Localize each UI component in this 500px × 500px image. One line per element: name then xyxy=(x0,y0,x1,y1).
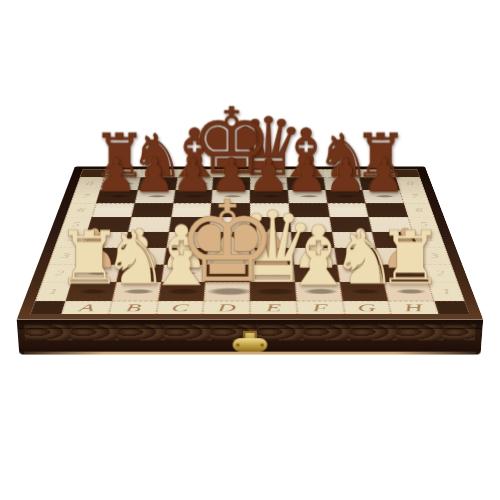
coordinate-label: F xyxy=(286,169,323,177)
coordinate-label: A xyxy=(104,169,142,177)
chess-board: ABCDEFGH 87654321 87654321 ABCDEFGH ♜♞♝♚… xyxy=(17,166,484,319)
coordinate-label: 8 xyxy=(396,177,425,190)
brass-latch xyxy=(230,328,270,353)
box-front-side xyxy=(17,319,484,354)
latch-plate xyxy=(233,338,268,351)
coordinate-label: 7 xyxy=(70,190,100,203)
coordinate-label: H xyxy=(358,169,396,177)
latch-screw xyxy=(260,343,263,346)
chess-set-photo: ABCDEFGH 87654321 87654321 ABCDEFGH ♜♞♝♚… xyxy=(0,0,500,500)
piece-white-king-d1[interactable]: ♚ xyxy=(148,186,306,299)
coordinate-label: G xyxy=(322,169,360,177)
latch-screw xyxy=(236,343,239,346)
coordinate-label: 7 xyxy=(400,190,430,203)
coordinate-label: B xyxy=(140,169,178,177)
box-bottom-edge xyxy=(24,352,477,355)
coordinate-label: 8 xyxy=(75,177,104,190)
